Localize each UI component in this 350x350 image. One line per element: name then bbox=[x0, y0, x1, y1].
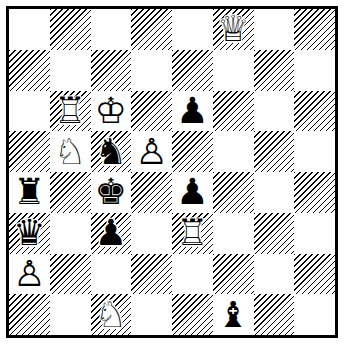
square-f5[interactable] bbox=[213, 131, 254, 172]
piece-white-knight[interactable]: ♘ bbox=[50, 131, 91, 172]
square-f1[interactable]: ♝♝ bbox=[213, 294, 254, 335]
square-g1[interactable] bbox=[254, 294, 295, 335]
square-c4[interactable]: ♚♚ bbox=[91, 172, 132, 213]
square-c1[interactable]: ♞♘ bbox=[91, 294, 132, 335]
piece-black-bishop[interactable]: ♝ bbox=[213, 294, 254, 335]
square-e6[interactable]: ♟♟ bbox=[172, 91, 213, 132]
square-c3[interactable]: ♟♟ bbox=[91, 213, 132, 254]
piece-black-king[interactable]: ♚ bbox=[91, 172, 132, 213]
square-e4[interactable]: ♟♟ bbox=[172, 172, 213, 213]
square-a2[interactable]: ♟♙ bbox=[9, 254, 50, 295]
piece-black-rook[interactable]: ♜ bbox=[9, 172, 50, 213]
square-h8[interactable] bbox=[294, 9, 335, 50]
square-b4[interactable] bbox=[50, 172, 91, 213]
piece-white-rook[interactable]: ♖ bbox=[50, 91, 91, 132]
square-f3[interactable] bbox=[213, 213, 254, 254]
square-b8[interactable] bbox=[50, 9, 91, 50]
square-e3[interactable]: ♜♖ bbox=[172, 213, 213, 254]
square-g6[interactable] bbox=[254, 91, 295, 132]
page: { "game": "chess", "position": "5Q2/8/1R… bbox=[0, 0, 350, 350]
piece-black-pawn[interactable]: ♟ bbox=[172, 91, 213, 132]
square-h6[interactable] bbox=[294, 91, 335, 132]
square-f8[interactable]: ♛♕ bbox=[213, 9, 254, 50]
square-a4[interactable]: ♜♜ bbox=[9, 172, 50, 213]
square-e8[interactable] bbox=[172, 9, 213, 50]
piece-white-pawn[interactable]: ♙ bbox=[131, 131, 172, 172]
piece-black-pawn[interactable]: ♟ bbox=[91, 213, 132, 254]
square-a5[interactable] bbox=[9, 131, 50, 172]
square-b2[interactable] bbox=[50, 254, 91, 295]
piece-white-knight[interactable]: ♘ bbox=[91, 294, 132, 335]
square-h4[interactable] bbox=[294, 172, 335, 213]
square-a3[interactable]: ♛♛ bbox=[9, 213, 50, 254]
chess-board: ♛♕♜♖♚♔♟♟♞♘♞♞♟♙♜♜♚♚♟♟♛♛♟♟♜♖♟♙♞♘♝♝ bbox=[9, 9, 335, 335]
square-e7[interactable] bbox=[172, 50, 213, 91]
square-d6[interactable] bbox=[131, 91, 172, 132]
square-c6[interactable]: ♚♔ bbox=[91, 91, 132, 132]
square-f2[interactable] bbox=[213, 254, 254, 295]
piece-white-king[interactable]: ♔ bbox=[91, 91, 132, 132]
piece-white-pawn[interactable]: ♙ bbox=[9, 254, 50, 295]
square-b3[interactable] bbox=[50, 213, 91, 254]
chess-board-frame: ♛♕♜♖♚♔♟♟♞♘♞♞♟♙♜♜♚♚♟♟♛♛♟♟♜♖♟♙♞♘♝♝ bbox=[6, 6, 338, 338]
piece-white-queen[interactable]: ♕ bbox=[213, 9, 254, 50]
square-d5[interactable]: ♟♙ bbox=[131, 131, 172, 172]
square-b5[interactable]: ♞♘ bbox=[50, 131, 91, 172]
square-c7[interactable] bbox=[91, 50, 132, 91]
square-e2[interactable] bbox=[172, 254, 213, 295]
square-d1[interactable] bbox=[131, 294, 172, 335]
square-d7[interactable] bbox=[131, 50, 172, 91]
square-a8[interactable] bbox=[9, 9, 50, 50]
square-a7[interactable] bbox=[9, 50, 50, 91]
piece-black-pawn[interactable]: ♟ bbox=[172, 172, 213, 213]
square-g2[interactable] bbox=[254, 254, 295, 295]
square-g7[interactable] bbox=[254, 50, 295, 91]
piece-black-queen[interactable]: ♛ bbox=[9, 213, 50, 254]
square-h1[interactable] bbox=[294, 294, 335, 335]
square-g5[interactable] bbox=[254, 131, 295, 172]
square-b7[interactable] bbox=[50, 50, 91, 91]
square-h2[interactable] bbox=[294, 254, 335, 295]
square-h7[interactable] bbox=[294, 50, 335, 91]
square-h3[interactable] bbox=[294, 213, 335, 254]
square-d8[interactable] bbox=[131, 9, 172, 50]
piece-black-knight[interactable]: ♞ bbox=[91, 131, 132, 172]
square-h5[interactable] bbox=[294, 131, 335, 172]
square-g4[interactable] bbox=[254, 172, 295, 213]
square-g8[interactable] bbox=[254, 9, 295, 50]
square-a1[interactable] bbox=[9, 294, 50, 335]
square-a6[interactable] bbox=[9, 91, 50, 132]
square-d4[interactable] bbox=[131, 172, 172, 213]
square-g3[interactable] bbox=[254, 213, 295, 254]
square-f7[interactable] bbox=[213, 50, 254, 91]
square-d3[interactable] bbox=[131, 213, 172, 254]
square-b6[interactable]: ♜♖ bbox=[50, 91, 91, 132]
square-f4[interactable] bbox=[213, 172, 254, 213]
square-c5[interactable]: ♞♞ bbox=[91, 131, 132, 172]
square-e5[interactable] bbox=[172, 131, 213, 172]
square-e1[interactable] bbox=[172, 294, 213, 335]
square-c2[interactable] bbox=[91, 254, 132, 295]
square-c8[interactable] bbox=[91, 9, 132, 50]
square-f6[interactable] bbox=[213, 91, 254, 132]
square-b1[interactable] bbox=[50, 294, 91, 335]
piece-white-rook[interactable]: ♖ bbox=[172, 213, 213, 254]
square-d2[interactable] bbox=[131, 254, 172, 295]
